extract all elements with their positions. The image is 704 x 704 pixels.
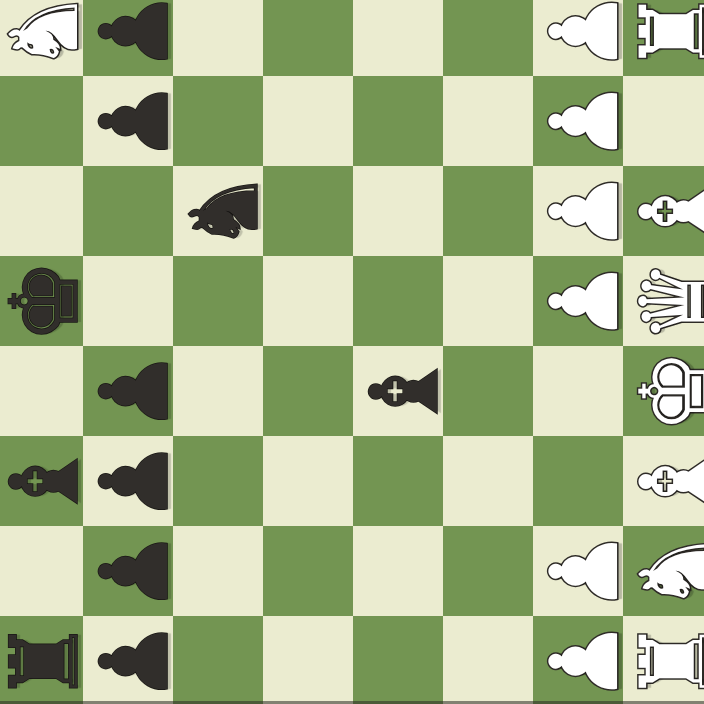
square-f8[interactable] <box>0 166 83 256</box>
square-f3[interactable] <box>443 166 533 256</box>
square-h1[interactable]: ♜ <box>623 0 704 76</box>
square-b6[interactable] <box>173 526 263 616</box>
square-a7[interactable]: ♟ <box>83 616 173 704</box>
square-e5[interactable] <box>263 256 353 346</box>
square-e7[interactable] <box>83 256 173 346</box>
black-king-e8[interactable]: ♚ <box>0 259 92 343</box>
square-b3[interactable] <box>443 526 533 616</box>
square-b4[interactable] <box>353 526 443 616</box>
white-king-d1[interactable]: ♚ <box>628 349 704 433</box>
square-g7[interactable]: ♟ <box>83 76 173 166</box>
square-h7[interactable]: ♟ <box>83 0 173 76</box>
square-c1[interactable]: ♝ <box>623 436 704 526</box>
square-d1[interactable]: ♚ <box>623 346 704 436</box>
square-b5[interactable] <box>263 526 353 616</box>
white-knight-b1[interactable]: ♞ <box>628 529 704 613</box>
square-b1[interactable]: ♞ <box>623 526 704 616</box>
square-f6[interactable]: ♞ <box>173 166 263 256</box>
square-d2[interactable] <box>533 346 623 436</box>
square-g8[interactable] <box>0 76 83 166</box>
chess-board-viewport: ♞♟♟♜♟♟♞♟♝♚♟♛♟♝♚♝♟♝♟♟♞♜♟♟♜ <box>0 0 704 704</box>
square-c2[interactable] <box>533 436 623 526</box>
square-f5[interactable] <box>263 166 353 256</box>
square-d3[interactable] <box>443 346 533 436</box>
square-e6[interactable] <box>173 256 263 346</box>
black-pawn-h7[interactable]: ♟ <box>88 0 182 73</box>
square-g2[interactable]: ♟ <box>533 76 623 166</box>
white-bishop-f1[interactable]: ♝ <box>628 169 704 253</box>
square-b7[interactable]: ♟ <box>83 526 173 616</box>
square-c6[interactable] <box>173 436 263 526</box>
square-g5[interactable] <box>263 76 353 166</box>
square-e4[interactable] <box>353 256 443 346</box>
white-rook-a1[interactable]: ♜ <box>628 619 704 703</box>
square-d8[interactable] <box>0 346 83 436</box>
black-pawn-b7[interactable]: ♟ <box>88 529 182 613</box>
square-a2[interactable]: ♟ <box>533 616 623 704</box>
square-c5[interactable] <box>263 436 353 526</box>
white-pawn-a2[interactable]: ♟ <box>538 619 632 703</box>
square-c4[interactable] <box>353 436 443 526</box>
square-d4[interactable]: ♝ <box>353 346 443 436</box>
square-h6[interactable] <box>173 0 263 76</box>
white-pawn-g2[interactable]: ♟ <box>538 79 632 163</box>
white-pawn-f2[interactable]: ♟ <box>538 169 632 253</box>
square-h4[interactable] <box>353 0 443 76</box>
square-h2[interactable]: ♟ <box>533 0 623 76</box>
square-h5[interactable] <box>263 0 353 76</box>
square-g3[interactable] <box>443 76 533 166</box>
square-c7[interactable]: ♟ <box>83 436 173 526</box>
square-b2[interactable]: ♟ <box>533 526 623 616</box>
square-f1[interactable]: ♝ <box>623 166 704 256</box>
white-knight-h8[interactable]: ♞ <box>0 0 92 73</box>
square-g4[interactable] <box>353 76 443 166</box>
square-d7[interactable]: ♟ <box>83 346 173 436</box>
chess-board: ♞♟♟♜♟♟♞♟♝♚♟♛♟♝♚♝♟♝♟♟♞♜♟♟♜ <box>0 0 704 704</box>
square-c8[interactable]: ♝ <box>0 436 83 526</box>
square-a3[interactable] <box>443 616 533 704</box>
white-bishop-c1[interactable]: ♝ <box>628 439 704 523</box>
square-f4[interactable] <box>353 166 443 256</box>
white-pawn-e2[interactable]: ♟ <box>538 259 632 343</box>
square-h8[interactable]: ♞ <box>0 0 83 76</box>
square-a1[interactable]: ♜ <box>623 616 704 704</box>
black-rook-a8[interactable]: ♜ <box>0 619 92 703</box>
square-e3[interactable] <box>443 256 533 346</box>
square-g6[interactable] <box>173 76 263 166</box>
square-d5[interactable] <box>263 346 353 436</box>
square-a4[interactable] <box>353 616 443 704</box>
white-pawn-b2[interactable]: ♟ <box>538 529 632 613</box>
black-knight-f6[interactable]: ♞ <box>178 169 272 253</box>
white-rook-h1[interactable]: ♜ <box>628 0 704 73</box>
square-e8[interactable]: ♚ <box>0 256 83 346</box>
black-pawn-d7[interactable]: ♟ <box>88 349 182 433</box>
black-bishop-d4[interactable]: ♝ <box>358 349 452 433</box>
square-d6[interactable] <box>173 346 263 436</box>
black-pawn-g7[interactable]: ♟ <box>88 79 182 163</box>
square-f7[interactable] <box>83 166 173 256</box>
square-e1[interactable]: ♛ <box>623 256 704 346</box>
black-pawn-c7[interactable]: ♟ <box>88 439 182 523</box>
square-e2[interactable]: ♟ <box>533 256 623 346</box>
square-b8[interactable] <box>0 526 83 616</box>
square-f2[interactable]: ♟ <box>533 166 623 256</box>
square-a6[interactable] <box>173 616 263 704</box>
white-queen-e1[interactable]: ♛ <box>628 259 704 343</box>
square-h3[interactable] <box>443 0 533 76</box>
square-g1[interactable] <box>623 76 704 166</box>
black-bishop-c8[interactable]: ♝ <box>0 439 92 523</box>
square-a8[interactable]: ♜ <box>0 616 83 704</box>
black-pawn-a7[interactable]: ♟ <box>88 619 182 703</box>
white-pawn-h2[interactable]: ♟ <box>538 0 632 73</box>
square-c3[interactable] <box>443 436 533 526</box>
square-a5[interactable] <box>263 616 353 704</box>
